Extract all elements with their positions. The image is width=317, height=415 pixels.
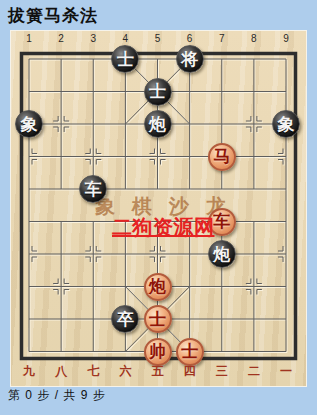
piece-black[interactable]: 象 — [270, 108, 302, 141]
file-label: 七 — [78, 363, 108, 380]
file-label: 二 — [239, 363, 269, 380]
piece-red[interactable]: 士 — [142, 303, 174, 336]
black-piece-glyph: 炮 — [208, 240, 236, 268]
black-piece-glyph: 炮 — [144, 110, 172, 138]
piece-black[interactable]: 车 — [77, 173, 109, 206]
piece-red[interactable]: 马 — [206, 140, 238, 173]
red-piece-glyph: 士 — [176, 338, 204, 366]
black-piece-glyph: 士 — [111, 45, 139, 73]
black-piece-glyph: 士 — [144, 78, 172, 106]
piece-black[interactable]: 将 — [174, 43, 206, 76]
pieces-layer: 士将士象炮象马车车炮炮卒士帅士 — [13, 43, 302, 368]
file-label: 一 — [271, 363, 301, 380]
file-label: 三 — [207, 363, 237, 380]
piece-black[interactable]: 卒 — [109, 303, 141, 336]
red-piece-glyph: 炮 — [144, 273, 172, 301]
file-label: 九 — [14, 363, 44, 380]
file-label: 六 — [110, 363, 140, 380]
file-label: 五 — [143, 363, 173, 380]
black-piece-glyph: 象 — [15, 110, 43, 138]
black-piece-glyph: 车 — [79, 175, 107, 203]
red-piece-glyph: 士 — [144, 305, 172, 333]
black-piece-glyph: 象 — [272, 110, 300, 138]
file-label: 八 — [46, 363, 76, 380]
status-bar: 第 0 步 / 共 9 步 — [8, 387, 106, 404]
piece-black[interactable]: 士 — [142, 75, 174, 108]
black-piece-glyph: 将 — [176, 45, 204, 73]
xiangqi-board[interactable]: 123456789 象棋沙龙 士将士象炮象马车车炮炮卒士帅士 九八七六五四三二一… — [10, 30, 307, 387]
watermark: 二狗资源网 — [112, 214, 215, 241]
piece-black[interactable]: 炮 — [206, 238, 238, 271]
piece-black[interactable]: 士 — [109, 43, 141, 76]
piece-black[interactable]: 炮 — [142, 108, 174, 141]
piece-red[interactable]: 炮 — [142, 270, 174, 303]
piece-black[interactable]: 象 — [13, 108, 45, 141]
page-title: 拔簧马杀法 — [0, 0, 317, 30]
app-window: 拔簧马杀法 123456789 象棋沙龙 士将士象炮象马车车炮炮卒士帅士 九八七… — [0, 0, 317, 415]
black-piece-glyph: 卒 — [111, 305, 139, 333]
red-piece-glyph: 马 — [208, 143, 236, 171]
file-label: 四 — [175, 363, 205, 380]
red-piece-glyph: 帅 — [144, 338, 172, 366]
